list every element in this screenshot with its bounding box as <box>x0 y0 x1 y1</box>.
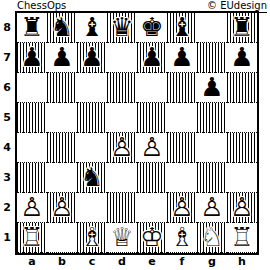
square-e3 <box>137 163 167 193</box>
square-a4 <box>17 133 47 163</box>
square-c1: ♝♗ <box>77 223 107 253</box>
square-d7 <box>107 43 137 73</box>
black-pawn: ♟ <box>77 43 107 72</box>
piece-outline-layer: ♙ <box>197 193 227 222</box>
square-g8 <box>197 13 227 43</box>
square-d8: ♛ <box>107 13 137 43</box>
square-f6 <box>167 73 197 103</box>
square-e1: ♚♔ <box>137 223 167 253</box>
piece-outline-layer: ♙ <box>227 193 257 222</box>
piece-outline-layer: ♙ <box>167 193 197 222</box>
square-a2: ♟♙ <box>17 193 47 223</box>
black-pawn: ♟ <box>167 43 197 72</box>
file-label-c: c <box>77 255 107 268</box>
black-pawn: ♟ <box>17 43 47 72</box>
square-b2: ♟♙ <box>47 193 77 223</box>
square-f5 <box>167 103 197 133</box>
white-pawn: ♟♙ <box>167 193 197 222</box>
black-knight: ♞ <box>77 163 107 192</box>
piece-outline-layer: ♙ <box>47 193 77 222</box>
square-c5 <box>77 103 107 133</box>
white-king: ♚♔ <box>137 223 167 252</box>
white-pawn: ♟♙ <box>227 193 257 222</box>
piece-outline-layer: ♗ <box>167 223 197 252</box>
square-h6 <box>227 73 257 103</box>
square-a3 <box>17 163 47 193</box>
black-rook: ♜ <box>17 13 47 42</box>
rank-label-1: 1 <box>0 223 14 253</box>
piece-outline-layer: ♗ <box>77 223 107 252</box>
black-bishop: ♝ <box>167 13 197 42</box>
black-knight: ♞ <box>47 13 77 42</box>
square-c7: ♟ <box>77 43 107 73</box>
square-e5 <box>137 103 167 133</box>
square-g6: ♟ <box>197 73 227 103</box>
square-e4: ♟♙ <box>137 133 167 163</box>
black-pawn: ♟ <box>197 73 227 102</box>
piece-outline-layer: ♖ <box>17 223 47 252</box>
rank-label-4: 4 <box>0 133 14 163</box>
square-d5 <box>107 103 137 133</box>
square-d6 <box>107 73 137 103</box>
black-king: ♚ <box>137 13 167 42</box>
rank-label-6: 6 <box>0 73 14 103</box>
square-d4: ♟♙ <box>107 133 137 163</box>
square-g4 <box>197 133 227 163</box>
square-a8: ♜ <box>17 13 47 43</box>
square-a5 <box>17 103 47 133</box>
white-bishop: ♝♗ <box>167 223 197 252</box>
square-h4 <box>227 133 257 163</box>
square-f7: ♟ <box>167 43 197 73</box>
piece-outline-layer: ♙ <box>107 133 137 162</box>
file-label-b: b <box>47 255 77 268</box>
square-a1: ♜♖ <box>17 223 47 253</box>
square-b3 <box>47 163 77 193</box>
chess-board: ♜♞♝♛♚♝♜♟♟♟♟♟♟♟♟♙♟♙♞♟♙♟♙♟♙♟♙♟♙♜♖♝♗♛♕♚♔♝♗♞… <box>15 11 259 255</box>
square-e2 <box>137 193 167 223</box>
square-h5 <box>227 103 257 133</box>
square-h1: ♜♖ <box>227 223 257 253</box>
white-rook: ♜♖ <box>227 223 257 252</box>
square-g1: ♞♘ <box>197 223 227 253</box>
white-pawn: ♟♙ <box>17 193 47 222</box>
square-c6 <box>77 73 107 103</box>
square-e8: ♚ <box>137 13 167 43</box>
rank-label-5: 5 <box>0 103 14 133</box>
rank-labels: 87654321 <box>0 13 14 253</box>
square-d1: ♛♕ <box>107 223 137 253</box>
square-c4 <box>77 133 107 163</box>
white-pawn: ♟♙ <box>107 133 137 162</box>
black-pawn: ♟ <box>47 43 77 72</box>
square-c8: ♝ <box>77 13 107 43</box>
square-c2 <box>77 193 107 223</box>
rank-label-3: 3 <box>0 163 14 193</box>
square-f8: ♝ <box>167 13 197 43</box>
square-f4 <box>167 133 197 163</box>
white-pawn: ♟♙ <box>197 193 227 222</box>
piece-outline-layer: ♖ <box>227 223 257 252</box>
file-label-a: a <box>17 255 47 268</box>
square-g3 <box>197 163 227 193</box>
square-f1: ♝♗ <box>167 223 197 253</box>
square-h2: ♟♙ <box>227 193 257 223</box>
square-b8: ♞ <box>47 13 77 43</box>
square-g7 <box>197 43 227 73</box>
square-c3: ♞ <box>77 163 107 193</box>
white-rook: ♜♖ <box>17 223 47 252</box>
file-label-e: e <box>137 255 167 268</box>
white-pawn: ♟♙ <box>137 133 167 162</box>
square-h8: ♜ <box>227 13 257 43</box>
file-labels: abcdefgh <box>17 255 257 268</box>
chessops-diagram: ChessOps © EUdesign 87654321 ♜♞♝♛♚♝♜♟♟♟♟… <box>0 0 270 270</box>
piece-outline-layer: ♘ <box>197 223 227 252</box>
rank-label-7: 7 <box>0 43 14 73</box>
square-b4 <box>47 133 77 163</box>
white-queen: ♛♕ <box>107 223 137 252</box>
white-pawn: ♟♙ <box>47 193 77 222</box>
square-g5 <box>197 103 227 133</box>
square-e7: ♟ <box>137 43 167 73</box>
piece-outline-layer: ♙ <box>137 133 167 162</box>
square-b1 <box>47 223 77 253</box>
piece-outline-layer: ♔ <box>137 223 167 252</box>
square-e6 <box>137 73 167 103</box>
app-title: ChessOps <box>17 0 66 11</box>
white-bishop: ♝♗ <box>77 223 107 252</box>
file-label-d: d <box>107 255 137 268</box>
square-a7: ♟ <box>17 43 47 73</box>
square-h7: ♟ <box>227 43 257 73</box>
square-b5 <box>47 103 77 133</box>
square-h3 <box>227 163 257 193</box>
square-g2: ♟♙ <box>197 193 227 223</box>
board-grid: ♜♞♝♛♚♝♜♟♟♟♟♟♟♟♟♙♟♙♞♟♙♟♙♟♙♟♙♟♙♜♖♝♗♛♕♚♔♝♗♞… <box>17 13 257 253</box>
black-rook: ♜ <box>227 13 257 42</box>
black-bishop: ♝ <box>77 13 107 42</box>
file-label-h: h <box>227 255 257 268</box>
file-label-f: f <box>167 255 197 268</box>
square-d2 <box>107 193 137 223</box>
black-queen: ♛ <box>107 13 137 42</box>
square-f2: ♟♙ <box>167 193 197 223</box>
credit-text: © EUdesign <box>207 0 267 11</box>
square-d3 <box>107 163 137 193</box>
square-b7: ♟ <box>47 43 77 73</box>
piece-outline-layer: ♕ <box>107 223 137 252</box>
file-label-g: g <box>197 255 227 268</box>
white-knight: ♞♘ <box>197 223 227 252</box>
square-a6 <box>17 73 47 103</box>
rank-label-2: 2 <box>0 193 14 223</box>
square-f3 <box>167 163 197 193</box>
rank-label-8: 8 <box>0 13 14 43</box>
piece-outline-layer: ♙ <box>17 193 47 222</box>
black-pawn: ♟ <box>137 43 167 72</box>
square-b6 <box>47 73 77 103</box>
black-pawn: ♟ <box>227 43 257 72</box>
